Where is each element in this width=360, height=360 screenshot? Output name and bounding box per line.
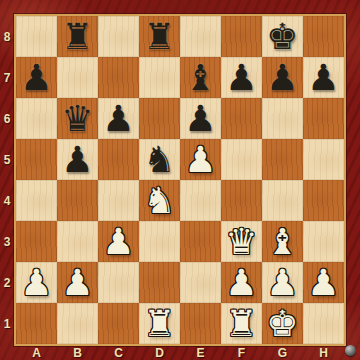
white-pawn[interactable]: ♟	[102, 221, 134, 262]
square-b6[interactable]: ♛	[57, 98, 98, 139]
square-h2[interactable]: ♟	[303, 262, 344, 303]
square-h4[interactable]	[303, 180, 344, 221]
square-g4[interactable]	[262, 180, 303, 221]
square-f5[interactable]	[221, 139, 262, 180]
rank-label-4: 4	[0, 180, 14, 221]
square-f1[interactable]: ♜	[221, 303, 262, 344]
square-b5[interactable]: ♟	[57, 139, 98, 180]
square-h7[interactable]: ♟	[303, 57, 344, 98]
square-d7[interactable]	[139, 57, 180, 98]
white-pawn[interactable]: ♟	[184, 139, 216, 180]
square-a8[interactable]	[16, 16, 57, 57]
black-pawn[interactable]: ♟	[20, 57, 52, 98]
black-pawn[interactable]: ♟	[225, 57, 257, 98]
file-label-e: E	[180, 345, 221, 360]
square-b1[interactable]	[57, 303, 98, 344]
white-bishop[interactable]: ♝	[266, 221, 298, 262]
square-e4[interactable]	[180, 180, 221, 221]
square-b8[interactable]: ♜	[57, 16, 98, 57]
square-c3[interactable]: ♟	[98, 221, 139, 262]
file-labels: ABCDEFGH	[16, 345, 344, 360]
black-rook[interactable]: ♜	[143, 16, 175, 57]
square-f7[interactable]: ♟	[221, 57, 262, 98]
rank-label-7: 7	[0, 57, 14, 98]
square-b2[interactable]: ♟	[57, 262, 98, 303]
square-e8[interactable]	[180, 16, 221, 57]
square-f4[interactable]	[221, 180, 262, 221]
square-h1[interactable]	[303, 303, 344, 344]
white-pawn[interactable]: ♟	[307, 262, 339, 303]
black-queen[interactable]: ♛	[61, 98, 93, 139]
square-f8[interactable]	[221, 16, 262, 57]
square-a2[interactable]: ♟	[16, 262, 57, 303]
square-a4[interactable]	[16, 180, 57, 221]
square-a5[interactable]	[16, 139, 57, 180]
square-b4[interactable]	[57, 180, 98, 221]
corner-sphere-decoration	[345, 345, 356, 356]
square-g7[interactable]: ♟	[262, 57, 303, 98]
black-pawn[interactable]: ♟	[266, 57, 298, 98]
square-c4[interactable]	[98, 180, 139, 221]
square-a3[interactable]	[16, 221, 57, 262]
white-pawn[interactable]: ♟	[20, 262, 52, 303]
rank-label-5: 5	[0, 139, 14, 180]
rank-label-2: 2	[0, 262, 14, 303]
white-pawn[interactable]: ♟	[61, 262, 93, 303]
file-label-d: D	[139, 345, 180, 360]
square-h6[interactable]	[303, 98, 344, 139]
square-c6[interactable]: ♟	[98, 98, 139, 139]
white-knight[interactable]: ♞	[143, 180, 175, 221]
square-f2[interactable]: ♟	[221, 262, 262, 303]
white-pawn[interactable]: ♟	[225, 262, 257, 303]
square-h3[interactable]	[303, 221, 344, 262]
square-b3[interactable]	[57, 221, 98, 262]
file-label-h: H	[303, 345, 344, 360]
file-label-a: A	[16, 345, 57, 360]
chess-board[interactable]: ♜♜♚♟♝♟♟♟♛♟♟♟♞♟♞♟♛♝♟♟♟♟♟♜♜♚	[16, 16, 344, 344]
square-f6[interactable]	[221, 98, 262, 139]
black-bishop[interactable]: ♝	[184, 57, 216, 98]
black-rook[interactable]: ♜	[61, 16, 93, 57]
square-g5[interactable]	[262, 139, 303, 180]
square-d1[interactable]: ♜	[139, 303, 180, 344]
square-e3[interactable]	[180, 221, 221, 262]
file-label-g: G	[262, 345, 303, 360]
rank-label-3: 3	[0, 221, 14, 262]
rank-label-8: 8	[0, 16, 14, 57]
rank-label-6: 6	[0, 98, 14, 139]
board-edge: ♜♜♚♟♝♟♟♟♛♟♟♟♞♟♞♟♛♝♟♟♟♟♟♜♜♚	[14, 14, 346, 346]
square-g6[interactable]	[262, 98, 303, 139]
square-h5[interactable]	[303, 139, 344, 180]
square-h8[interactable]	[303, 16, 344, 57]
square-d2[interactable]	[139, 262, 180, 303]
square-e1[interactable]	[180, 303, 221, 344]
file-label-b: B	[57, 345, 98, 360]
square-a7[interactable]: ♟	[16, 57, 57, 98]
square-d3[interactable]	[139, 221, 180, 262]
square-d6[interactable]	[139, 98, 180, 139]
square-e6[interactable]: ♟	[180, 98, 221, 139]
square-b7[interactable]	[57, 57, 98, 98]
black-king[interactable]: ♚	[266, 16, 298, 57]
square-c2[interactable]	[98, 262, 139, 303]
square-a6[interactable]	[16, 98, 57, 139]
black-knight[interactable]: ♞	[143, 139, 175, 180]
black-pawn[interactable]: ♟	[307, 57, 339, 98]
rank-labels: 87654321	[0, 16, 14, 344]
square-d5[interactable]: ♞	[139, 139, 180, 180]
white-queen[interactable]: ♛	[225, 221, 257, 262]
square-c1[interactable]	[98, 303, 139, 344]
black-pawn[interactable]: ♟	[102, 98, 134, 139]
square-c8[interactable]	[98, 16, 139, 57]
square-d8[interactable]: ♜	[139, 16, 180, 57]
square-c7[interactable]	[98, 57, 139, 98]
white-rook[interactable]: ♜	[143, 303, 175, 344]
rank-label-1: 1	[0, 303, 14, 344]
black-pawn[interactable]: ♟	[184, 98, 216, 139]
square-e2[interactable]	[180, 262, 221, 303]
square-d4[interactable]: ♞	[139, 180, 180, 221]
square-a1[interactable]	[16, 303, 57, 344]
square-g1[interactable]: ♚	[262, 303, 303, 344]
square-e5[interactable]: ♟	[180, 139, 221, 180]
white-king[interactable]: ♚	[266, 303, 298, 344]
square-e7[interactable]: ♝	[180, 57, 221, 98]
board-frame: 87654321 ♜♜♚♟♝♟♟♟♛♟♟♟♞♟♞♟♛♝♟♟♟♟♟♜♜♚ ABCD…	[0, 0, 360, 360]
black-pawn[interactable]: ♟	[61, 139, 93, 180]
white-rook[interactable]: ♜	[225, 303, 257, 344]
square-g2[interactable]: ♟	[262, 262, 303, 303]
file-label-c: C	[98, 345, 139, 360]
file-label-f: F	[221, 345, 262, 360]
square-g8[interactable]: ♚	[262, 16, 303, 57]
square-g3[interactable]: ♝	[262, 221, 303, 262]
white-pawn[interactable]: ♟	[266, 262, 298, 303]
square-c5[interactable]	[98, 139, 139, 180]
square-f3[interactable]: ♛	[221, 221, 262, 262]
